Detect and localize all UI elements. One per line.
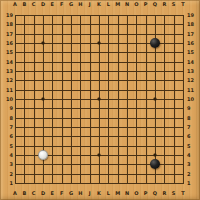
grid-cell [24,174,33,183]
column-label-top: F [57,1,66,7]
grid-cell [164,127,173,136]
grid-cell [34,80,43,89]
grid-cell [90,52,99,61]
grid-cell [34,108,43,117]
grid-cell [24,62,33,71]
grid-cell [118,62,127,71]
column-label-bottom: L [104,190,113,196]
grid-cell [136,43,145,52]
grid-cell [62,99,71,108]
grid-cell [99,164,108,173]
grid-cell [24,90,33,99]
grid-cell [34,136,43,145]
grid-cell [127,146,136,155]
row-label-right: 14 [187,59,198,65]
column-label-bottom: A [11,190,20,196]
grid-cell [52,90,61,99]
grid-cell [136,127,145,136]
grid-cell [174,108,183,117]
grid-cell [174,52,183,61]
grid-cell [127,99,136,108]
column-label-bottom: N [123,190,132,196]
grid-cell [127,24,136,33]
row-label-right: 5 [187,143,198,149]
grid-cell [108,174,117,183]
row-label-right: 15 [187,49,198,55]
row-label-left: 8 [2,115,13,121]
grid-cell [136,118,145,127]
grid-cell [15,43,24,52]
grid-cell [127,62,136,71]
grid-cell [71,146,80,155]
grid-cell [34,52,43,61]
grid-cell [108,127,117,136]
grid-cell [136,108,145,117]
grid-cell [164,174,173,183]
row-label-left: 6 [2,133,13,139]
column-label-top: O [132,1,141,7]
grid-cell [52,118,61,127]
grid-cell [80,108,89,117]
row-label-left: 17 [2,31,13,37]
grid-cell [90,15,99,24]
grid-cell [108,108,117,117]
grid-cell [174,80,183,89]
grid-cell [146,136,155,145]
grid-cell [136,80,145,89]
grid-cell [99,136,108,145]
grid-cell [90,174,99,183]
grid-cell [15,174,24,183]
grid-cell [34,164,43,173]
grid-cell [43,52,52,61]
grid-cell [71,127,80,136]
grid-cell [127,43,136,52]
grid-cell [71,15,80,24]
grid-cell [90,127,99,136]
grid-cell [43,164,52,173]
row-label-right: 11 [187,87,198,93]
grid-cell [146,15,155,24]
grid-cell [52,62,61,71]
grid-cell [80,90,89,99]
grid-cell [71,24,80,33]
grid-cell [155,52,164,61]
row-label-left: 9 [2,105,13,111]
row-label-right: 7 [187,124,198,130]
column-label-bottom: B [20,190,29,196]
grid-cell [15,118,24,127]
grid-cell [164,24,173,33]
grid-cell [146,108,155,117]
star-point [98,154,101,157]
column-label-top: B [20,1,29,7]
grid-cell [24,164,33,173]
grid-cell [24,52,33,61]
grid-cell [174,24,183,33]
grid-cell [99,80,108,89]
grid-cell [155,136,164,145]
grid-cell [108,155,117,164]
column-label-top: Q [151,1,160,7]
grid-cell [34,118,43,127]
grid-cell [118,99,127,108]
grid-cell [90,164,99,173]
grid-cell [52,146,61,155]
grid-cell [80,146,89,155]
grid-cell [71,174,80,183]
grid-cell [174,118,183,127]
star-point [98,98,101,101]
grid-cell [127,34,136,43]
grid-cell [136,155,145,164]
row-label-left: 1 [2,180,13,186]
grid-cell [62,155,71,164]
grid-cell [108,15,117,24]
grid-cell [80,71,89,80]
grid-cell [99,24,108,33]
grid-cell [136,146,145,155]
column-label-bottom: O [132,190,141,196]
column-label-top: R [160,1,169,7]
grid-cell [43,24,52,33]
grid-cell [62,80,71,89]
grid-cell [174,164,183,173]
row-label-left: 5 [2,143,13,149]
column-label-top: K [95,1,104,7]
grid-cell [90,118,99,127]
grid-cell [108,118,117,127]
grid-cell [164,136,173,145]
grid-cell [118,174,127,183]
grid-cell [164,71,173,80]
row-label-right: 3 [187,161,198,167]
column-label-top: N [123,1,132,7]
grid-cell [127,90,136,99]
row-label-left: 18 [2,21,13,27]
row-label-right: 4 [187,152,198,158]
grid-cell [155,71,164,80]
grid-cell [127,164,136,173]
grid-cell [43,118,52,127]
grid-cell [136,71,145,80]
grid-cell [164,43,173,52]
star-point [154,154,157,157]
grid-cell [118,15,127,24]
grid-cell [71,164,80,173]
grid-cell [155,108,164,117]
grid-cell [24,127,33,136]
grid-cell [146,24,155,33]
grid-cell [62,127,71,136]
row-label-left: 16 [2,40,13,46]
grid-cell [118,164,127,173]
grid-cell [15,24,24,33]
grid-cell [15,62,24,71]
grid-cell [108,62,117,71]
column-label-bottom: G [67,190,76,196]
grid-cell [62,71,71,80]
grid-cell [164,164,173,173]
grid-cell [108,99,117,108]
grid-cell [99,174,108,183]
row-label-right: 19 [187,12,198,18]
grid-cell [108,24,117,33]
grid-cell [71,52,80,61]
grid-cell [15,108,24,117]
grid-cell [80,34,89,43]
grid-cell [90,80,99,89]
grid-cell [34,174,43,183]
grid-cell [71,71,80,80]
row-label-right: 13 [187,68,198,74]
column-label-top: J [85,1,94,7]
grid-cell [52,15,61,24]
row-label-right: 2 [187,171,198,177]
grid-cell [127,71,136,80]
column-label-top: D [39,1,48,7]
column-label-bottom: C [29,190,38,196]
row-label-left: 4 [2,152,13,158]
grid-cell [118,127,127,136]
row-label-right: 17 [187,31,198,37]
grid-cell [52,34,61,43]
row-label-right: 8 [187,115,198,121]
grid-cell [174,99,183,108]
grid-cell [62,43,71,52]
grid-cell [164,34,173,43]
grid-cell [62,90,71,99]
grid-cell [118,90,127,99]
star-point [154,98,157,101]
grid-cell [62,146,71,155]
grid-cell [90,108,99,117]
grid-cell [34,127,43,136]
grid-cell [118,80,127,89]
go-board[interactable]: AABBCCDDEEFFGGHHJJKKLLMMNNOOPPQQRRSSTT19… [0,0,200,200]
grid-cell [15,52,24,61]
grid-cell [15,99,24,108]
row-label-left: 15 [2,49,13,55]
grid-cell [146,118,155,127]
grid-cell [127,52,136,61]
grid-cell [164,62,173,71]
grid-cell [43,108,52,117]
column-label-top: H [76,1,85,7]
grid-cell [108,90,117,99]
row-label-left: 10 [2,96,13,102]
grid-cell [155,118,164,127]
grid-cell [118,118,127,127]
grid-cell [80,155,89,164]
grid-cell [52,155,61,164]
grid-cell [127,118,136,127]
grid-cell [99,15,108,24]
grid-cell [15,155,24,164]
grid-cell [136,164,145,173]
grid-cell [118,136,127,145]
row-label-left: 13 [2,68,13,74]
grid-cell [62,52,71,61]
grid-cell [80,43,89,52]
grid-cell [52,99,61,108]
grid-cell [108,34,117,43]
grid-cell [155,80,164,89]
grid-cell [174,155,183,164]
grid-cell [118,34,127,43]
column-label-bottom: F [57,190,66,196]
grid-cell [155,15,164,24]
grid-cell [24,80,33,89]
grid-cell [80,24,89,33]
grid-cell [15,34,24,43]
grid-cell [24,34,33,43]
grid-cell [127,174,136,183]
row-label-left: 12 [2,77,13,83]
column-label-bottom: H [76,190,85,196]
star-point [98,42,101,45]
grid-cell [174,174,183,183]
grid-cell [24,15,33,24]
grid-cell [99,99,108,108]
row-label-left: 19 [2,12,13,18]
grid-cell [71,80,80,89]
grid-cell [43,127,52,136]
grid-cell [90,24,99,33]
grid-cell [127,155,136,164]
grid-cell [15,164,24,173]
grid-cell [155,62,164,71]
grid-cell [71,34,80,43]
grid-cell [136,15,145,24]
grid-cell [24,155,33,164]
grid-cell [71,43,80,52]
grid-cell [62,118,71,127]
grid-cell [136,24,145,33]
grid-cell [34,15,43,24]
grid-cell [71,62,80,71]
grid-cell [155,24,164,33]
column-label-bottom: M [113,190,122,196]
column-label-bottom: T [179,190,188,196]
grid-cell [34,62,43,71]
grid-cell [108,52,117,61]
grid-cell [80,62,89,71]
grid-cell [90,136,99,145]
grid-cell [108,164,117,173]
grid-cell [108,80,117,89]
column-label-top: E [48,1,57,7]
grid-cell [164,118,173,127]
grid-cell [71,90,80,99]
grid-cell [127,127,136,136]
grid-cell [62,164,71,173]
grid-cell [164,80,173,89]
grid-cell [136,99,145,108]
grid-cell [164,99,173,108]
grid-cell [164,155,173,164]
black-stone [150,38,160,48]
grid-cell [71,99,80,108]
column-label-top: A [11,1,20,7]
row-label-right: 12 [187,77,198,83]
grid-cell [99,118,108,127]
grid-cell [118,43,127,52]
grid-cell [174,15,183,24]
grid-cell [164,15,173,24]
grid-cell [80,174,89,183]
grid-cell [34,24,43,33]
column-label-bottom: S [169,190,178,196]
star-point [42,98,45,101]
grid-cell [71,155,80,164]
grid-cell [136,62,145,71]
grid-cell [43,62,52,71]
grid-cell [108,146,117,155]
grid-cell [52,52,61,61]
grid-cell [52,164,61,173]
grid-cell [146,62,155,71]
grid-cell [15,71,24,80]
grid-cell [62,136,71,145]
grid-cell [24,108,33,117]
row-label-left: 2 [2,171,13,177]
grid-cell [62,34,71,43]
grid-cell [118,71,127,80]
go-app: AABBCCDDEEFFGGHHJJKKLLMMNNOOPPQQRRSSTT19… [0,0,200,200]
row-label-right: 10 [187,96,198,102]
column-label-top: C [29,1,38,7]
grid-cell [164,108,173,117]
column-label-bottom: J [85,190,94,196]
grid-cell [24,146,33,155]
grid-cell [80,15,89,24]
grid-cell [136,52,145,61]
grid-cell [24,43,33,52]
grid-cell [118,52,127,61]
grid-cell [99,43,108,52]
row-label-left: 14 [2,59,13,65]
grid-cell [174,136,183,145]
grid-cell [24,118,33,127]
grid-cell [52,127,61,136]
grid-cell [52,80,61,89]
grid-cell [108,71,117,80]
grid-cell [15,136,24,145]
grid-cell [62,24,71,33]
row-label-right: 9 [187,105,198,111]
star-point [42,42,45,45]
grid-cell [127,108,136,117]
column-label-top: G [67,1,76,7]
grid-cell [15,15,24,24]
grid-cell [43,15,52,24]
grid-cell [118,146,127,155]
grid-cell [80,80,89,89]
grid-cell [90,62,99,71]
grid-cell [146,127,155,136]
grid-cell [174,71,183,80]
grid-cell [99,155,108,164]
grid-cell [146,80,155,89]
grid-cell [24,24,33,33]
white-stone [38,150,48,160]
column-label-bottom: E [48,190,57,196]
grid-cell [174,43,183,52]
grid-cell [80,164,89,173]
grid-cell [146,52,155,61]
column-label-top: S [169,1,178,7]
